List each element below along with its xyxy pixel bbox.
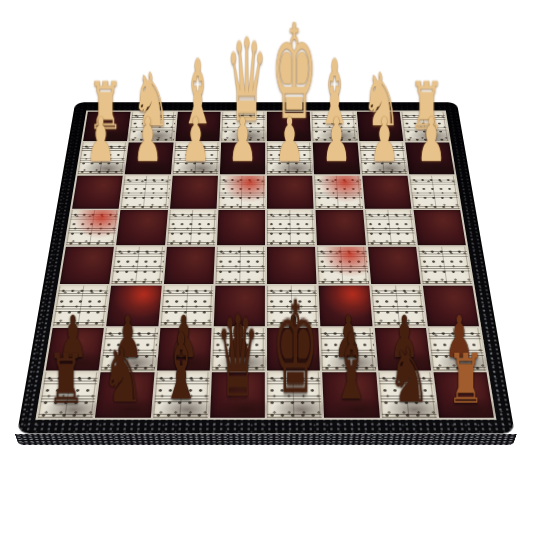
square-r3c3[interactable] xyxy=(217,210,265,245)
square-r2c2[interactable] xyxy=(170,175,218,208)
square-r2c5[interactable] xyxy=(314,175,362,208)
square-r7c2[interactable]: ♝ xyxy=(153,372,210,418)
square-r2c7[interactable] xyxy=(409,175,460,208)
square-r1c0[interactable]: ♟ xyxy=(78,143,127,174)
piece-black-rook[interactable]: ♜ xyxy=(42,345,91,413)
square-r7c7[interactable]: ♜ xyxy=(433,372,494,418)
square-r7c5[interactable]: ♝ xyxy=(322,372,379,418)
square-r3c1[interactable] xyxy=(116,210,167,245)
square-r3c5[interactable] xyxy=(316,210,366,245)
square-r3c4[interactable] xyxy=(267,210,315,245)
square-r7c3[interactable]: ♛ xyxy=(210,372,265,418)
piece-white-pawn[interactable]: ♟ xyxy=(82,110,119,171)
square-r2c6[interactable] xyxy=(362,175,412,208)
square-r4c5[interactable] xyxy=(317,247,368,285)
square-r3c7[interactable] xyxy=(413,210,466,245)
perspective-scene: ♜♞♝♛♚♝♞♜♟♟♟♟♟♟♟♟♟♟♟♟♟♟♟♟♜♞♝♛♚♝♞♜ xyxy=(0,0,533,533)
piece-white-pawn[interactable]: ♟ xyxy=(271,110,308,171)
piece-white-pawn[interactable]: ♟ xyxy=(224,110,261,171)
square-r4c6[interactable] xyxy=(368,247,421,285)
square-r4c3[interactable] xyxy=(215,247,265,285)
square-r1c7[interactable]: ♟ xyxy=(405,143,454,174)
square-r1c1[interactable]: ♟ xyxy=(125,143,173,174)
square-r7c0[interactable]: ♜ xyxy=(38,372,99,418)
square-r1c4[interactable]: ♟ xyxy=(267,143,312,174)
square-r4c1[interactable] xyxy=(112,247,165,285)
square-r1c5[interactable]: ♟ xyxy=(313,143,360,174)
square-r2c3[interactable] xyxy=(218,175,265,208)
piece-white-pawn[interactable]: ♟ xyxy=(318,110,355,171)
piece-black-king[interactable]: ♚ xyxy=(272,286,317,413)
board-near-edge xyxy=(15,434,517,446)
piece-white-pawn[interactable]: ♟ xyxy=(413,110,450,171)
square-r1c6[interactable]: ♟ xyxy=(359,143,407,174)
square-r2c0[interactable] xyxy=(72,175,123,208)
square-r4c2[interactable] xyxy=(163,247,214,285)
piece-black-knight[interactable]: ♞ xyxy=(384,337,433,413)
piece-white-pawn[interactable]: ♟ xyxy=(365,110,402,171)
piece-black-knight[interactable]: ♞ xyxy=(99,337,148,413)
square-r1c2[interactable]: ♟ xyxy=(172,143,219,174)
square-r3c2[interactable] xyxy=(167,210,217,245)
square-r7c6[interactable]: ♞ xyxy=(378,372,437,418)
square-r1c3[interactable]: ♟ xyxy=(220,143,265,174)
square-r7c1[interactable]: ♞ xyxy=(95,372,154,418)
square-r4c0[interactable] xyxy=(60,247,114,285)
piece-white-pawn[interactable]: ♟ xyxy=(177,110,214,171)
square-r2c1[interactable] xyxy=(121,175,171,208)
chess-board: ♜♞♝♛♚♝♞♜♟♟♟♟♟♟♟♟♟♟♟♟♟♟♟♟♜♞♝♛♚♝♞♜ xyxy=(17,102,515,433)
square-r4c7[interactable] xyxy=(418,247,472,285)
square-r3c0[interactable] xyxy=(66,210,119,245)
product-photo-stage: ♜♞♝♛♚♝♞♜♟♟♟♟♟♟♟♟♟♟♟♟♟♟♟♟♜♞♝♛♚♝♞♜ xyxy=(0,0,533,533)
piece-white-pawn[interactable]: ♟ xyxy=(130,110,167,171)
piece-black-queen[interactable]: ♛ xyxy=(215,301,260,413)
square-r3c6[interactable] xyxy=(365,210,416,245)
board-frame: ♜♞♝♛♚♝♞♜♟♟♟♟♟♟♟♟♟♟♟♟♟♟♟♟♜♞♝♛♚♝♞♜ xyxy=(17,102,515,433)
square-r7c4[interactable]: ♚ xyxy=(267,372,322,418)
piece-black-rook[interactable]: ♜ xyxy=(441,345,490,413)
piece-black-bishop[interactable]: ♝ xyxy=(158,321,202,412)
piece-black-bishop[interactable]: ♝ xyxy=(330,321,374,412)
board-squares-grid: ♜♞♝♛♚♝♞♜♟♟♟♟♟♟♟♟♟♟♟♟♟♟♟♟♜♞♝♛♚♝♞♜ xyxy=(35,111,496,420)
square-r2c4[interactable] xyxy=(267,175,314,208)
